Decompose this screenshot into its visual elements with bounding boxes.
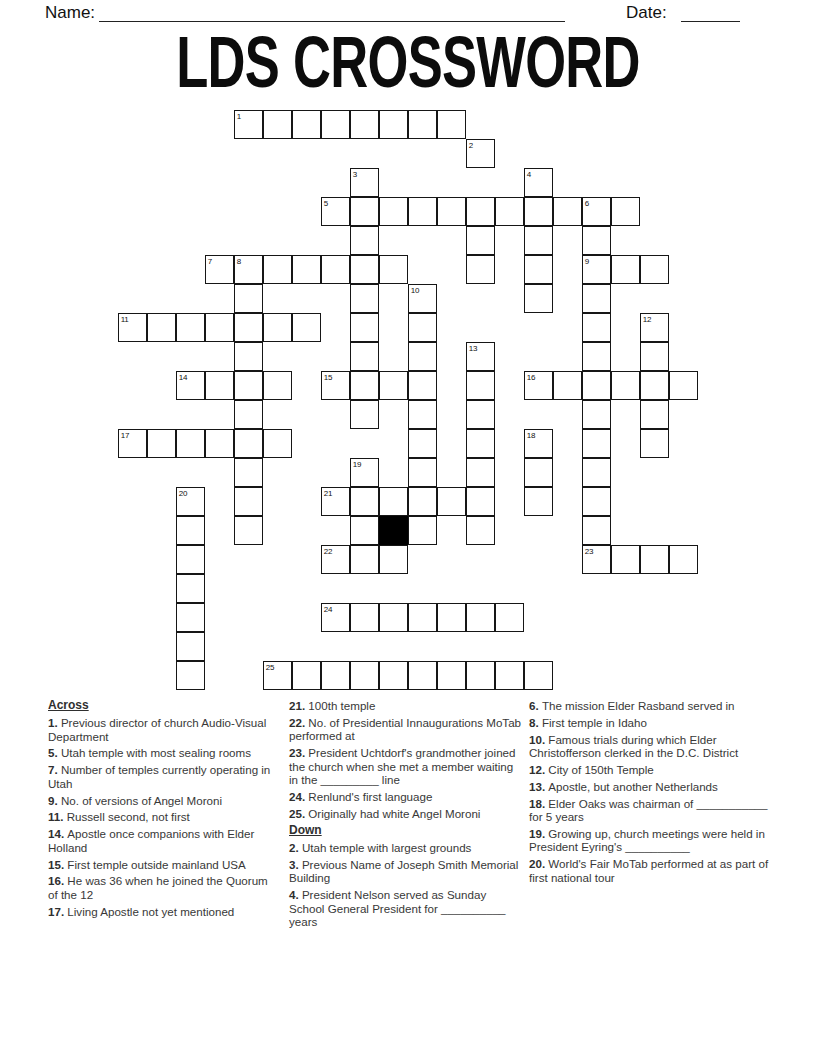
clue-column-3: 6. The mission Elder Rasband served in8.…: [529, 699, 781, 888]
cell-number: 13: [469, 344, 477, 353]
grid-cell: [408, 342, 437, 371]
grid-cell: [466, 429, 495, 458]
date-label: Date:: [626, 3, 667, 23]
grid-cell: [582, 313, 611, 342]
grid-cell: [234, 342, 263, 371]
grid-cell: [350, 255, 379, 284]
grid-cell: [611, 255, 640, 284]
clue-across-17: 17. Living Apostle not yet mentioned: [48, 905, 276, 919]
clue-column-1: Across1. Previous director of church Aud…: [48, 699, 276, 922]
clue-down-10: 10. Famous trials during which Elder Chr…: [529, 733, 781, 760]
grid-cell: [466, 661, 495, 690]
grid-cell: 8: [234, 255, 263, 284]
grid-cell: [582, 429, 611, 458]
grid-cell: [408, 487, 437, 516]
grid-cell: [176, 661, 205, 690]
clue-number: 25.: [289, 807, 308, 820]
grid-cell: [495, 197, 524, 226]
grid-cell: [466, 458, 495, 487]
cell-number: 2: [469, 141, 473, 150]
cell-number: 24: [324, 605, 332, 614]
clue-number: 22.: [289, 716, 308, 729]
cell-number: 21: [324, 489, 332, 498]
cell-number: 18: [527, 431, 535, 440]
clue-across-7: 7. Number of temples currently operating…: [48, 763, 276, 790]
grid-cell: [582, 226, 611, 255]
clue-number: 4.: [289, 888, 302, 901]
clue-number: 10.: [529, 733, 548, 746]
clue-down-3: 3. Previous Name of Joseph Smith Memoria…: [289, 858, 522, 885]
grid-cell: [466, 487, 495, 516]
clue-number: 14.: [48, 827, 67, 840]
cell-number: 5: [324, 199, 328, 208]
grid-cell: [437, 487, 466, 516]
grid-cell: 1: [234, 110, 263, 139]
grid-cell: 16: [524, 371, 553, 400]
grid-cell: [379, 371, 408, 400]
grid-cell: [379, 603, 408, 632]
grid-cell: [437, 110, 466, 139]
grid-cell: 25: [263, 661, 292, 690]
grid-cell: [379, 661, 408, 690]
grid-cell: [408, 603, 437, 632]
clue-number: 20.: [529, 857, 548, 870]
clue-across-11: 11. Russell second, not first: [48, 810, 276, 824]
grid-cell: 4: [524, 168, 553, 197]
grid-cell: [350, 226, 379, 255]
grid-cell: 17: [118, 429, 147, 458]
grid-cell: [234, 313, 263, 342]
cell-number: 10: [411, 286, 419, 295]
clue-across-14: 14. Apostle once companions with Elder H…: [48, 827, 276, 854]
grid-cell: [379, 255, 408, 284]
grid-cell: [350, 313, 379, 342]
grid-cell: [176, 603, 205, 632]
clue-number: 18.: [529, 797, 548, 810]
grid-cell: [582, 400, 611, 429]
grid-cell: [408, 661, 437, 690]
grid-cell: [205, 429, 234, 458]
grid-cell: [263, 313, 292, 342]
grid-cell: [524, 661, 553, 690]
grid-cell: [437, 197, 466, 226]
clue-down-2: 2. Utah temple with largest grounds: [289, 841, 522, 855]
clue-down-12: 12. City of 150th Temple: [529, 763, 781, 777]
grid-cell: [582, 487, 611, 516]
grid-cell: [466, 603, 495, 632]
grid-cell: [466, 400, 495, 429]
cell-number: 11: [121, 315, 129, 324]
cell-number: 1: [237, 112, 241, 121]
clue-number: 2.: [289, 841, 302, 854]
grid-cell: [321, 110, 350, 139]
clue-down-18: 18. Elder Oaks was chairman of _________…: [529, 797, 781, 824]
grid-cell: [524, 284, 553, 313]
cell-number: 7: [208, 257, 212, 266]
cell-number: 20: [179, 489, 187, 498]
grid-cell: [582, 371, 611, 400]
clue-number: 1.: [48, 716, 61, 729]
grid-cell: 9: [582, 255, 611, 284]
grid-cell: [234, 400, 263, 429]
date-blank-line: [681, 3, 740, 22]
grid-cell: [408, 516, 437, 545]
grid-cell: [408, 400, 437, 429]
grid-cell: [292, 255, 321, 284]
grid-cell: [176, 429, 205, 458]
cell-number: 6: [585, 199, 589, 208]
cell-number: 9: [585, 257, 589, 266]
grid-cell: [350, 603, 379, 632]
grid-cell: [640, 545, 669, 574]
grid-cell: 14: [176, 371, 205, 400]
grid-cell: 22: [321, 545, 350, 574]
grid-cell: [466, 226, 495, 255]
clue-down-19: 19. Growing up, church meetings were hel…: [529, 827, 781, 854]
clue-number: 24.: [289, 790, 308, 803]
clue-number: 16.: [48, 874, 67, 887]
grid-cell: [234, 487, 263, 516]
grid-cell: [292, 110, 321, 139]
clue-down-4: 4. President Nelson served as Sunday Sch…: [289, 888, 522, 929]
grid-cell: 10: [408, 284, 437, 313]
grid-cell: [263, 371, 292, 400]
cell-number: 25: [266, 663, 274, 672]
grid-cell: 3: [350, 168, 379, 197]
clue-number: 8.: [529, 716, 542, 729]
grid-cell: 11: [118, 313, 147, 342]
clue-number: 6.: [529, 699, 542, 712]
cell-number: 19: [353, 460, 361, 469]
clue-across-23: 23. President Uchtdorf's grandmother joi…: [289, 746, 522, 787]
grid-cell: [234, 458, 263, 487]
cell-number: 4: [527, 170, 531, 179]
grid-cell: 6: [582, 197, 611, 226]
grid-cell: [466, 516, 495, 545]
clue-number: 15.: [48, 858, 67, 871]
grid-cell: 19: [350, 458, 379, 487]
clue-across-22: 22. No. of Presidential Innaugurations M…: [289, 716, 522, 743]
grid-cell: 5: [321, 197, 350, 226]
clue-number: 13.: [529, 780, 548, 793]
cell-number: 23: [585, 547, 593, 556]
grid-cell: 15: [321, 371, 350, 400]
grid-cell: [176, 574, 205, 603]
clue-number: 5.: [48, 746, 61, 759]
grid-cell: [350, 342, 379, 371]
clue-across-21: 21. 100th temple: [289, 699, 522, 713]
cell-number: 8: [237, 257, 241, 266]
down-header: Down: [289, 824, 522, 838]
grid-cell: [495, 603, 524, 632]
grid-cell: 18: [524, 429, 553, 458]
grid-cell: [524, 487, 553, 516]
clue-down-8: 8. First temple in Idaho: [529, 716, 781, 730]
name-label: Name:: [45, 3, 95, 23]
grid-cell: [176, 516, 205, 545]
grid-cell: [408, 458, 437, 487]
cell-number: 22: [324, 547, 332, 556]
clue-down-20: 20. World's Fair MoTab performed at as p…: [529, 857, 781, 884]
clue-across-25: 25. Originally had white Angel Moroni: [289, 807, 522, 821]
grid-cell: [350, 661, 379, 690]
grid-cell: [350, 400, 379, 429]
grid-cell: [524, 226, 553, 255]
clue-down-6: 6. The mission Elder Rasband served in: [529, 699, 781, 713]
across-header: Across: [48, 699, 276, 713]
grid-cell: [292, 661, 321, 690]
clue-across-9: 9. No. of versions of Angel Moroni: [48, 794, 276, 808]
grid-cell: [640, 255, 669, 284]
grid-cell: [408, 110, 437, 139]
cell-number: 16: [527, 373, 535, 382]
grid-cell: [611, 197, 640, 226]
clue-across-5: 5. Utah temple with most sealing rooms: [48, 746, 276, 760]
grid-cell: [437, 603, 466, 632]
grid-cell: [379, 110, 408, 139]
grid-cell: 2: [466, 139, 495, 168]
grid-cell: [292, 313, 321, 342]
clue-across-15: 15. First temple outside mainland USA: [48, 858, 276, 872]
grid-cell: [640, 342, 669, 371]
grid-cell: 21: [321, 487, 350, 516]
cell-number: 12: [643, 315, 651, 324]
grid-cell: [408, 313, 437, 342]
grid-cell: [582, 458, 611, 487]
clue-number: 21.: [289, 699, 308, 712]
grid-cell: 12: [640, 313, 669, 342]
grid-cell: [669, 371, 698, 400]
grid-cell: [437, 661, 466, 690]
grid-cell: [553, 197, 582, 226]
grid-cell: [379, 545, 408, 574]
grid-cell: [640, 371, 669, 400]
grid-cell: 24: [321, 603, 350, 632]
grid-cell: [263, 429, 292, 458]
grid-cell: [408, 429, 437, 458]
clue-across-24: 24. Renlund's first language: [289, 790, 522, 804]
grid-cell: [553, 371, 582, 400]
grid-cell: [321, 255, 350, 284]
cell-number: 15: [324, 373, 332, 382]
grid-cell: [524, 458, 553, 487]
clue-down-13: 13. Apostle, but another Netherlands: [529, 780, 781, 794]
grid-cell: [147, 429, 176, 458]
grid-cell: [582, 284, 611, 313]
grid-cell: [350, 284, 379, 313]
grid-cell: [234, 516, 263, 545]
clue-number: 12.: [529, 763, 548, 776]
grid-cell: [234, 429, 263, 458]
crossword-grid: 1234567891011121314151617181920212223242…: [118, 110, 698, 690]
grid-cell: [582, 516, 611, 545]
grid-cell: 23: [582, 545, 611, 574]
grid-cell: [205, 313, 234, 342]
grid-cell: [263, 110, 292, 139]
grid-cell: [379, 197, 408, 226]
clue-number: 19.: [529, 827, 548, 840]
grid-cell: [669, 545, 698, 574]
grid-cell: [147, 313, 176, 342]
grid-cell: [582, 342, 611, 371]
cell-number: 3: [353, 170, 357, 179]
grid-cell: [350, 371, 379, 400]
grid-cell: 7: [205, 255, 234, 284]
grid-cell: [321, 661, 350, 690]
grid-cell: [350, 487, 379, 516]
grid-cell: [350, 516, 379, 545]
grid-cell: [176, 632, 205, 661]
clue-number: 11.: [48, 810, 67, 823]
grid-cell: [234, 284, 263, 313]
clue-number: 23.: [289, 746, 308, 759]
grid-cell: [611, 371, 640, 400]
grid-cell: [263, 255, 292, 284]
worksheet-page: Name: Date: LDS CROSSWORD 12345678910111…: [0, 0, 816, 1056]
grid-cell: [408, 197, 437, 226]
page-title: LDS CROSSWORD: [114, 25, 702, 98]
grid-cell: [524, 197, 553, 226]
name-blank-line: [99, 3, 565, 22]
grid-cell: 20: [176, 487, 205, 516]
clue-number: 7.: [48, 763, 61, 776]
grid-cell: [640, 429, 669, 458]
grid-cell: [205, 371, 234, 400]
grid-cell: [350, 110, 379, 139]
grid-cell: [466, 371, 495, 400]
grid-cell: [495, 661, 524, 690]
grid-cell: [379, 487, 408, 516]
grid-cell: [176, 313, 205, 342]
clue-across-16: 16. He was 36 when he joined the Quorum …: [48, 874, 276, 901]
grid-cell: [640, 400, 669, 429]
grid-cell: [176, 545, 205, 574]
clue-number: 9.: [48, 794, 61, 807]
clue-number: 3.: [289, 858, 302, 871]
grid-cell: 13: [466, 342, 495, 371]
grid-cell: [611, 545, 640, 574]
clue-number: 17.: [48, 905, 67, 918]
grid-cell: [350, 197, 379, 226]
grid-cell: [234, 371, 263, 400]
black-cell: [379, 516, 408, 545]
cell-number: 17: [121, 431, 129, 440]
grid-cell: [350, 545, 379, 574]
grid-cell: [466, 197, 495, 226]
grid-cell: [524, 255, 553, 284]
grid-cell: [408, 371, 437, 400]
clue-column-2: 21. 100th temple22. No. of Presidential …: [289, 699, 522, 932]
cell-number: 14: [179, 373, 187, 382]
clue-across-1: 1. Previous director of church Audio-Vis…: [48, 716, 276, 743]
grid-cell: [466, 255, 495, 284]
